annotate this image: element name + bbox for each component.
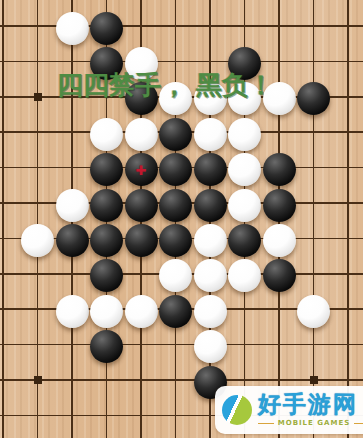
black-stone bbox=[194, 153, 227, 186]
black-stone bbox=[159, 295, 192, 328]
watermark-subtitle: MOBILE GAMES bbox=[278, 419, 351, 427]
watermark-subtitle-row: MOBILE GAMES bbox=[258, 419, 363, 427]
white-stone bbox=[21, 224, 54, 257]
watermark-title: 好手游网 bbox=[258, 391, 358, 417]
grid-line-v bbox=[37, 0, 39, 438]
black-stone bbox=[56, 224, 89, 257]
grid-line-v bbox=[313, 0, 315, 438]
white-stone bbox=[125, 118, 158, 151]
forbidden-move-marker-icon: ✚ bbox=[136, 163, 147, 176]
white-stone bbox=[228, 259, 261, 292]
white-stone bbox=[159, 259, 192, 292]
black-stone bbox=[263, 259, 296, 292]
white-stone bbox=[228, 118, 261, 151]
black-stone bbox=[159, 153, 192, 186]
white-stone bbox=[194, 330, 227, 363]
black-stone bbox=[194, 189, 227, 222]
black-stone bbox=[90, 12, 123, 45]
black-stone bbox=[90, 259, 123, 292]
star-point bbox=[34, 93, 42, 101]
white-stone bbox=[228, 189, 261, 222]
black-stone bbox=[228, 224, 261, 257]
subtitle-dash-left bbox=[258, 423, 274, 424]
grid-line-h bbox=[0, 25, 363, 27]
black-stone bbox=[159, 224, 192, 257]
white-stone bbox=[194, 118, 227, 151]
star-point bbox=[34, 376, 42, 384]
white-stone bbox=[263, 224, 296, 257]
black-stone bbox=[263, 153, 296, 186]
grid-line-v bbox=[2, 0, 4, 438]
white-stone bbox=[125, 295, 158, 328]
watermark: 好手游网 MOBILE GAMES bbox=[215, 386, 363, 434]
white-stone bbox=[56, 189, 89, 222]
black-stone bbox=[263, 189, 296, 222]
black-stone bbox=[90, 224, 123, 257]
white-stone bbox=[56, 295, 89, 328]
subtitle-dash-right bbox=[354, 423, 363, 424]
black-stone bbox=[90, 153, 123, 186]
grid-line-v bbox=[347, 0, 349, 438]
white-stone bbox=[194, 224, 227, 257]
white-stone bbox=[194, 259, 227, 292]
white-stone bbox=[194, 295, 227, 328]
black-stone bbox=[159, 118, 192, 151]
watermark-logo-icon bbox=[222, 395, 252, 425]
star-point bbox=[310, 376, 318, 384]
grid-line-h bbox=[0, 61, 363, 63]
gomoku-board[interactable]: ✚ 四四禁手， 黑负！ 好手游网 MOBILE GAMES bbox=[0, 0, 363, 438]
black-stone bbox=[159, 189, 192, 222]
white-stone bbox=[90, 118, 123, 151]
white-stone bbox=[90, 295, 123, 328]
black-stone bbox=[125, 224, 158, 257]
black-stone bbox=[90, 330, 123, 363]
white-stone bbox=[56, 12, 89, 45]
forbidden-move-message: 四四禁手， 黑负！ bbox=[57, 70, 274, 100]
black-stone bbox=[90, 189, 123, 222]
grid-line-h bbox=[0, 344, 363, 346]
white-stone bbox=[297, 295, 330, 328]
black-stone bbox=[125, 189, 158, 222]
black-stone bbox=[297, 82, 330, 115]
white-stone bbox=[228, 153, 261, 186]
